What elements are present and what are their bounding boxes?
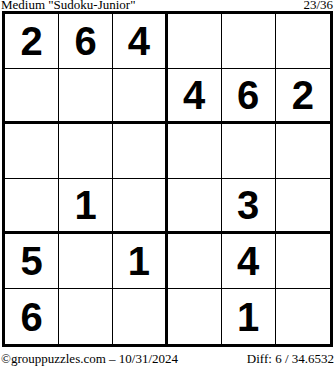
cell-r2c6[interactable]: 2 (276, 69, 330, 124)
cell-r6c1[interactable]: 6 (5, 289, 59, 344)
cell-r5c2[interactable] (59, 234, 113, 289)
cell-r3c4[interactable] (168, 124, 222, 179)
cell-r5c3[interactable]: 1 (113, 234, 167, 289)
cell-r6c2[interactable] (59, 289, 113, 344)
cell-r1c1[interactable]: 2 (5, 14, 59, 69)
cell-r3c3[interactable] (113, 124, 167, 179)
cell-r2c3[interactable] (113, 69, 167, 124)
cell-r6c3[interactable] (113, 289, 167, 344)
cell-r4c4[interactable] (168, 179, 222, 234)
cell-r5c5[interactable]: 4 (222, 234, 276, 289)
cell-r4c3[interactable] (113, 179, 167, 234)
puzzle-title: Medium "Sudoku-Junior" (1, 0, 135, 11)
cell-r2c4[interactable]: 4 (168, 69, 222, 124)
cell-r6c6[interactable] (276, 289, 330, 344)
cell-r4c5[interactable]: 3 (222, 179, 276, 234)
cell-r3c5[interactable] (222, 124, 276, 179)
cell-r1c5[interactable] (222, 14, 276, 69)
sudoku-board: 2644621351461 (2, 11, 333, 347)
difficulty-text: Diff: 6 / 34.6532 (247, 352, 334, 366)
cell-r1c3[interactable]: 4 (113, 14, 167, 69)
cell-r3c6[interactable] (276, 124, 330, 179)
cell-r3c1[interactable] (5, 124, 59, 179)
cell-r5c6[interactable] (276, 234, 330, 289)
cell-r2c5[interactable]: 6 (222, 69, 276, 124)
cell-r4c2[interactable]: 1 (59, 179, 113, 234)
cell-r1c6[interactable] (276, 14, 330, 69)
cell-r5c1[interactable]: 5 (5, 234, 59, 289)
cell-r4c6[interactable] (276, 179, 330, 234)
copyright-text: ©grouppuzzles.com – 10/31/2024 (1, 352, 178, 366)
cell-r3c2[interactable] (59, 124, 113, 179)
cell-r1c2[interactable]: 6 (59, 14, 113, 69)
cell-r1c4[interactable] (168, 14, 222, 69)
cell-counter: 23/36 (303, 0, 333, 11)
footer: ©grouppuzzles.com – 10/31/2024 Diff: 6 /… (1, 351, 334, 366)
cell-r4c1[interactable] (5, 179, 59, 234)
cell-r6c4[interactable] (168, 289, 222, 344)
cell-r6c5[interactable]: 1 (222, 289, 276, 344)
cell-r2c2[interactable] (59, 69, 113, 124)
cell-r5c4[interactable] (168, 234, 222, 289)
cell-r2c1[interactable] (5, 69, 59, 124)
header: Medium "Sudoku-Junior" 23/36 (1, 0, 333, 11)
